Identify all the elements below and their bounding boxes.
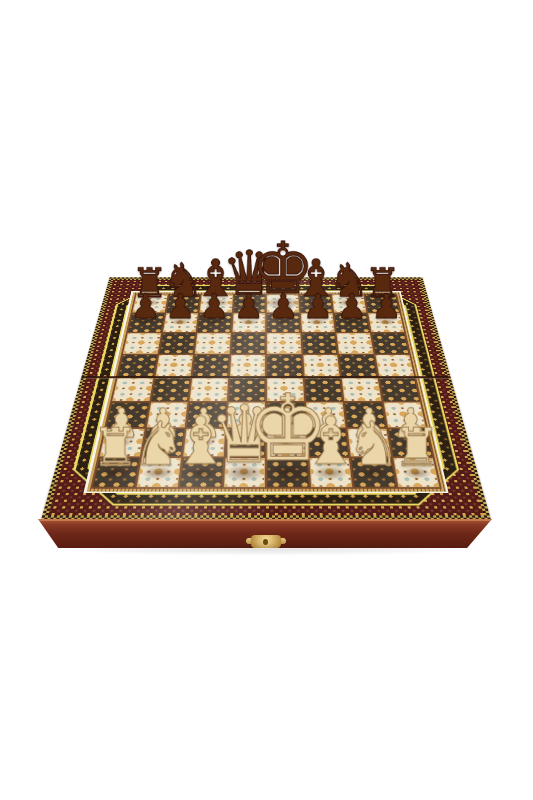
square-b3[interactable] (146, 402, 187, 427)
square-e5[interactable] (267, 354, 303, 376)
square-b6[interactable] (159, 333, 196, 353)
square-d8[interactable] (233, 294, 265, 312)
square-d2[interactable] (225, 429, 265, 456)
square-c5[interactable] (192, 354, 229, 376)
square-g5[interactable] (339, 354, 377, 376)
square-a3[interactable] (106, 402, 149, 427)
square-h2[interactable] (388, 429, 433, 456)
square-a5[interactable] (118, 354, 157, 376)
square-d1[interactable] (223, 457, 265, 487)
square-a4[interactable] (112, 377, 153, 401)
square-h3[interactable] (383, 402, 426, 427)
product-photo-scene: ♜♞♝♛♚♝♞♜♟♟♟♟♟♟♟♟♟♟♟♟♟♟♟♟♜♞♝♛♚♝♞♜ (0, 0, 533, 800)
square-g6[interactable] (336, 333, 373, 353)
square-a1[interactable] (92, 457, 139, 487)
square-g8[interactable] (332, 294, 366, 312)
square-h1[interactable] (393, 457, 440, 487)
chessboard-surface (41, 277, 491, 520)
square-c3[interactable] (186, 402, 226, 427)
square-e3[interactable] (267, 402, 305, 427)
square-h5[interactable] (375, 354, 414, 376)
square-c2[interactable] (183, 429, 225, 456)
square-d6[interactable] (231, 333, 265, 353)
square-d7[interactable] (232, 313, 265, 332)
square-f6[interactable] (302, 333, 338, 353)
chessboard-3d: ♜♞♝♛♚♝♞♜♟♟♟♟♟♟♟♟♟♟♟♟♟♟♟♟♜♞♝♛♚♝♞♜ (41, 277, 491, 520)
square-c4[interactable] (189, 377, 227, 401)
square-f4[interactable] (304, 377, 342, 401)
square-a2[interactable] (100, 429, 145, 456)
square-g4[interactable] (342, 377, 382, 401)
board-fold-seam (81, 376, 451, 378)
square-c8[interactable] (200, 294, 233, 312)
square-d5[interactable] (230, 354, 266, 376)
square-b4[interactable] (151, 377, 191, 401)
square-h8[interactable] (364, 294, 399, 312)
square-a8[interactable] (132, 294, 167, 312)
drop-shadow (46, 543, 486, 556)
square-a6[interactable] (123, 333, 161, 353)
square-g1[interactable] (351, 457, 396, 487)
square-b1[interactable] (136, 457, 181, 487)
square-f3[interactable] (306, 402, 346, 427)
square-g2[interactable] (347, 429, 390, 456)
square-b8[interactable] (166, 294, 200, 312)
square-g7[interactable] (334, 313, 369, 332)
square-c1[interactable] (180, 457, 223, 487)
square-f5[interactable] (303, 354, 340, 376)
square-h6[interactable] (371, 333, 409, 353)
square-h4[interactable] (379, 377, 420, 401)
square-d3[interactable] (227, 402, 265, 427)
square-e7[interactable] (267, 313, 300, 332)
square-d4[interactable] (228, 377, 265, 401)
square-e2[interactable] (267, 429, 307, 456)
square-c7[interactable] (197, 313, 231, 332)
square-g3[interactable] (344, 402, 385, 427)
square-b2[interactable] (141, 429, 184, 456)
square-b7[interactable] (162, 313, 197, 332)
square-f2[interactable] (307, 429, 349, 456)
square-e8[interactable] (267, 294, 299, 312)
square-f1[interactable] (309, 457, 352, 487)
square-b5[interactable] (155, 354, 193, 376)
square-a7[interactable] (128, 313, 165, 332)
square-f8[interactable] (299, 294, 332, 312)
square-h7[interactable] (368, 313, 405, 332)
square-c6[interactable] (195, 333, 231, 353)
square-e6[interactable] (267, 333, 301, 353)
square-f7[interactable] (300, 313, 334, 332)
square-e1[interactable] (267, 457, 309, 487)
square-e4[interactable] (267, 377, 304, 401)
chessboard-squares (90, 294, 442, 489)
